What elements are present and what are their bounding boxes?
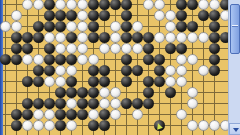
black-stone (33, 32, 44, 43)
black-stone (55, 10, 66, 21)
white-stone (121, 43, 132, 54)
white-stone (143, 0, 154, 10)
white-stone (209, 0, 220, 10)
white-stone (33, 109, 44, 120)
black-stone (22, 43, 33, 54)
white-stone (176, 109, 187, 120)
white-stone (88, 109, 99, 120)
white-stone (209, 120, 220, 131)
scrollbar-thumb[interactable] (230, 4, 240, 54)
white-stone (44, 109, 55, 120)
white-stone (187, 120, 198, 131)
white-stone (22, 54, 33, 65)
white-stone (99, 98, 110, 109)
white-stone (165, 76, 176, 87)
black-stone (88, 0, 99, 10)
black-stone (187, 0, 198, 10)
black-stone (187, 21, 198, 32)
white-stone (198, 0, 209, 10)
white-stone (77, 21, 88, 32)
white-stone (154, 32, 165, 43)
white-stone (44, 32, 55, 43)
black-stone (176, 0, 187, 10)
last-move-triangle-marker (155, 122, 163, 130)
black-stone (22, 32, 33, 43)
white-stone (55, 0, 66, 10)
black-stone (99, 65, 110, 76)
black-stone (99, 10, 110, 21)
black-stone (55, 54, 66, 65)
white-stone (77, 54, 88, 65)
black-stone (154, 120, 165, 131)
black-stone (209, 32, 220, 43)
white-stone (176, 65, 187, 76)
black-stone (66, 87, 77, 98)
white-stone (11, 10, 22, 21)
black-stone (0, 54, 11, 65)
black-stone (77, 109, 88, 120)
black-stone (88, 10, 99, 21)
black-stone (154, 65, 165, 76)
black-stone (44, 43, 55, 54)
white-stone (66, 0, 77, 10)
white-stone (176, 76, 187, 87)
white-stone (77, 0, 88, 10)
white-stone (176, 32, 187, 43)
go-board[interactable] (3, 0, 228, 135)
black-stone (110, 0, 121, 10)
white-stone (44, 120, 55, 131)
black-stone (11, 120, 22, 131)
black-stone (132, 32, 143, 43)
black-stone (44, 54, 55, 65)
white-stone (0, 21, 11, 32)
white-stone (110, 21, 121, 32)
white-stone (110, 32, 121, 43)
white-stone (77, 32, 88, 43)
black-stone (99, 120, 110, 131)
white-stone (88, 54, 99, 65)
white-stone (55, 76, 66, 87)
white-stone (66, 120, 77, 131)
black-stone (77, 87, 88, 98)
black-stone (77, 98, 88, 109)
white-stone (66, 98, 77, 109)
white-stone (132, 21, 143, 32)
black-stone (209, 21, 220, 32)
white-stone (132, 109, 143, 120)
black-stone (55, 87, 66, 98)
black-stone (209, 54, 220, 65)
black-stone (88, 21, 99, 32)
white-stone (22, 0, 33, 10)
black-stone (66, 54, 77, 65)
white-stone (66, 65, 77, 76)
white-stone (55, 43, 66, 54)
white-stone (99, 87, 110, 98)
black-stone (55, 21, 66, 32)
white-stone (55, 32, 66, 43)
white-stone (198, 120, 209, 131)
white-stone (110, 109, 121, 120)
black-stone (88, 76, 99, 87)
white-stone (33, 120, 44, 131)
white-stone (11, 21, 22, 32)
black-stone (132, 98, 143, 109)
black-stone (99, 76, 110, 87)
black-stone (121, 76, 132, 87)
white-stone (176, 54, 187, 65)
black-stone (22, 76, 33, 87)
black-stone (44, 10, 55, 21)
black-stone (88, 32, 99, 43)
black-stone (132, 65, 143, 76)
black-stone (66, 32, 77, 43)
white-stone (33, 54, 44, 65)
black-stone (11, 32, 22, 43)
black-stone (22, 98, 33, 109)
vertical-scrollbar[interactable] (228, 0, 240, 135)
black-stone (33, 21, 44, 32)
black-stone (99, 109, 110, 120)
black-stone (66, 76, 77, 87)
black-stone (99, 32, 110, 43)
white-stone (77, 43, 88, 54)
black-stone (176, 10, 187, 21)
white-stone (165, 21, 176, 32)
black-stone (33, 76, 44, 87)
scrollbar-thumb-grip (232, 25, 238, 27)
white-stone (187, 54, 198, 65)
white-stone (198, 65, 209, 76)
black-stone (11, 54, 22, 65)
chevron-down-icon (233, 128, 239, 132)
black-stone (33, 65, 44, 76)
white-stone (187, 32, 198, 43)
white-stone (110, 87, 121, 98)
black-stone (121, 65, 132, 76)
black-stone (121, 54, 132, 65)
black-stone (165, 43, 176, 54)
black-stone (44, 21, 55, 32)
white-stone (187, 98, 198, 109)
black-stone (33, 98, 44, 109)
black-stone (55, 98, 66, 109)
white-stone (55, 65, 66, 76)
white-stone (154, 10, 165, 21)
white-stone (33, 0, 44, 10)
black-stone (55, 109, 66, 120)
white-stone (44, 76, 55, 87)
black-stone (154, 54, 165, 65)
black-stone (44, 0, 55, 10)
black-stone (88, 65, 99, 76)
black-stone (121, 0, 132, 10)
black-stone (143, 87, 154, 98)
black-stone (143, 32, 154, 43)
black-stone (198, 10, 209, 21)
black-stone (22, 109, 33, 120)
black-stone (209, 65, 220, 76)
black-stone (11, 43, 22, 54)
white-stone (110, 43, 121, 54)
black-stone (66, 10, 77, 21)
black-stone (165, 87, 176, 98)
white-stone (22, 120, 33, 131)
white-stone (165, 65, 176, 76)
black-stone (66, 109, 77, 120)
black-stone (121, 98, 132, 109)
black-stone (88, 87, 99, 98)
black-stone (121, 10, 132, 21)
black-stone (99, 0, 110, 10)
black-stone (121, 32, 132, 43)
white-stone (132, 43, 143, 54)
black-stone (209, 10, 220, 21)
scrollbar-down-button[interactable] (229, 123, 240, 135)
white-stone (165, 10, 176, 21)
white-stone (154, 0, 165, 10)
black-stone (154, 76, 165, 87)
white-stone (77, 10, 88, 21)
white-stone (165, 32, 176, 43)
black-stone (44, 98, 55, 109)
white-stone (66, 21, 77, 32)
black-stone (176, 21, 187, 32)
white-stone (187, 87, 198, 98)
black-stone (121, 21, 132, 32)
white-stone (66, 43, 77, 54)
white-stone (99, 43, 110, 54)
black-stone (88, 120, 99, 131)
white-stone (110, 98, 121, 109)
black-stone (143, 43, 154, 54)
black-stone (143, 76, 154, 87)
black-stone (176, 43, 187, 54)
black-stone (209, 43, 220, 54)
black-stone (143, 54, 154, 65)
black-stone (88, 98, 99, 109)
black-stone (11, 109, 22, 120)
black-stone (55, 120, 66, 131)
white-stone (198, 32, 209, 43)
black-stone (44, 65, 55, 76)
black-stone (143, 98, 154, 109)
